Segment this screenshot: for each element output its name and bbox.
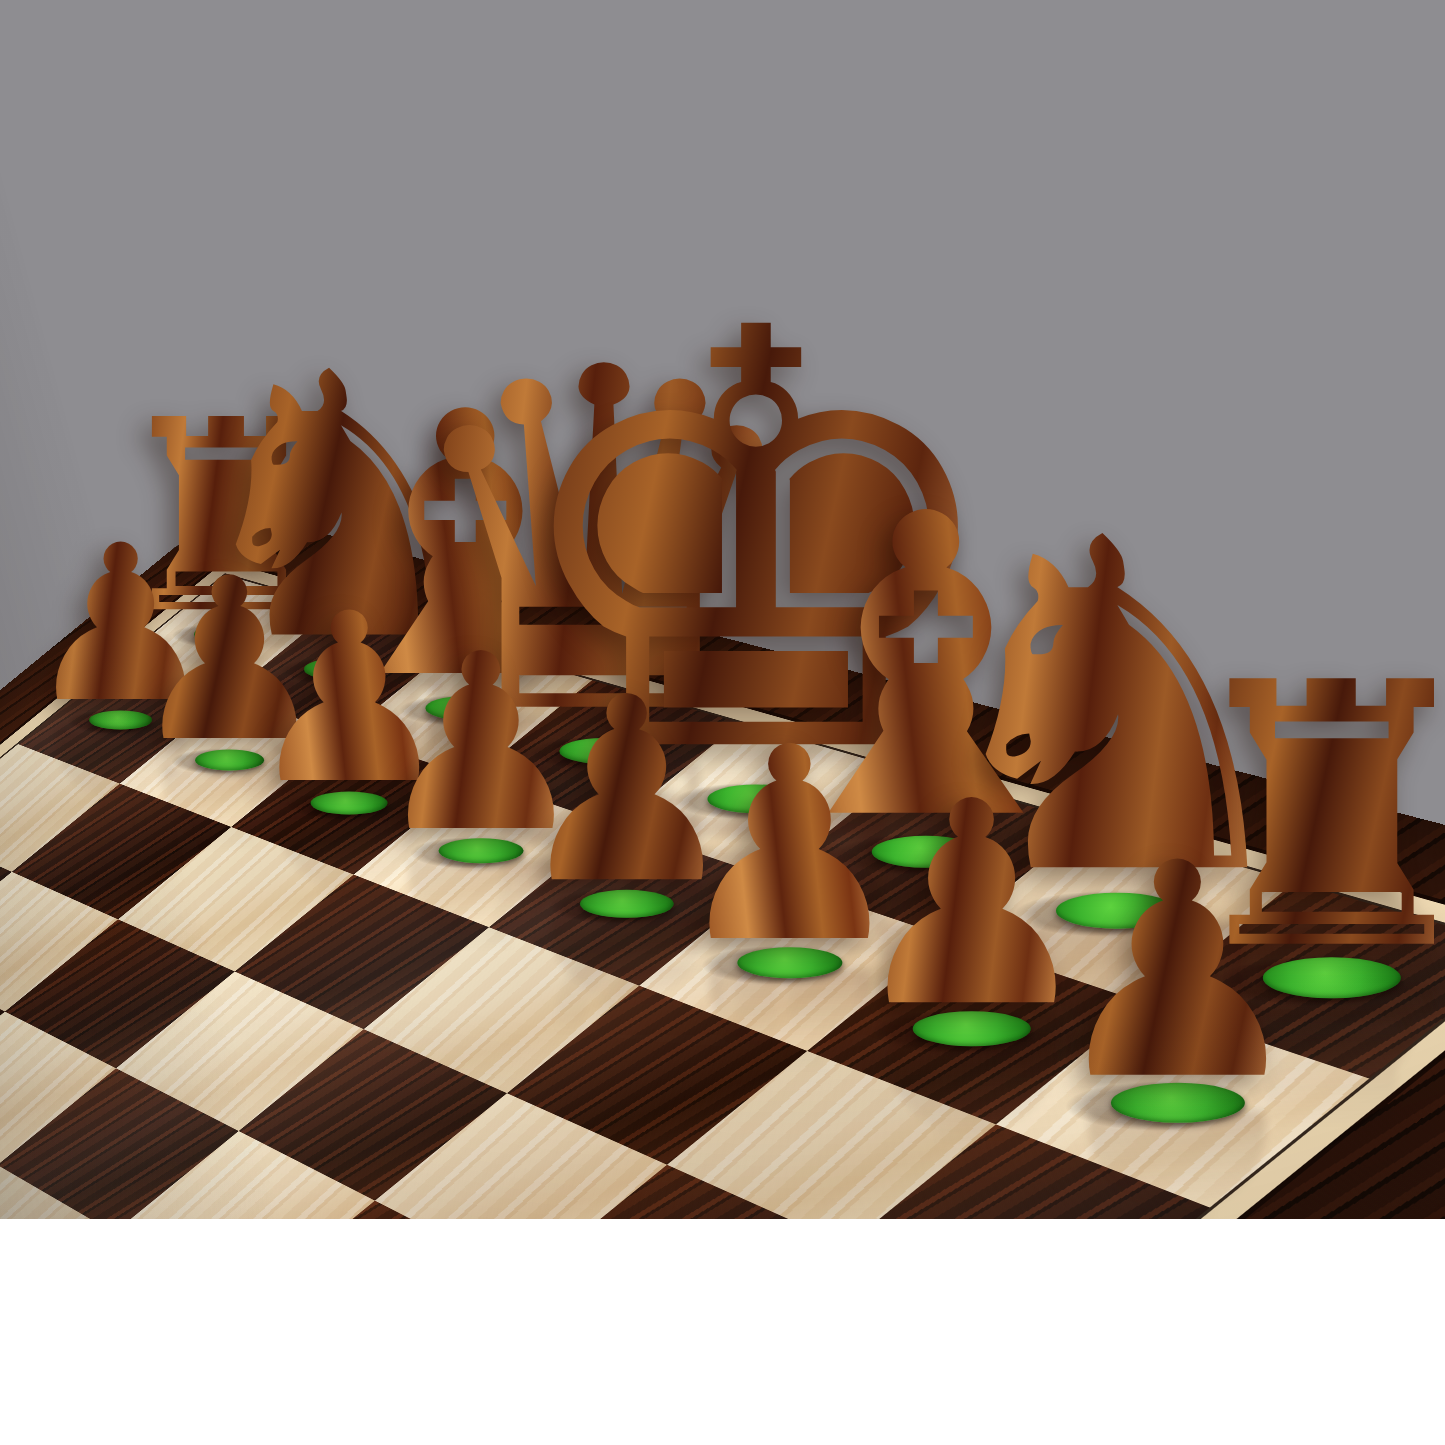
- chess-set-photo: ♜♜♞♞♝♝♛♛♚♚♝♝♞♞♜♜♟♟♟♟♟♟♟♟♟♟♟♟♟♟♟♟: [0, 0, 1445, 1219]
- bottom-white-band: [0, 1219, 1445, 1445]
- page: ♜♜♞♞♝♝♛♛♚♚♝♝♞♞♜♜♟♟♟♟♟♟♟♟♟♟♟♟♟♟♟♟: [0, 0, 1445, 1445]
